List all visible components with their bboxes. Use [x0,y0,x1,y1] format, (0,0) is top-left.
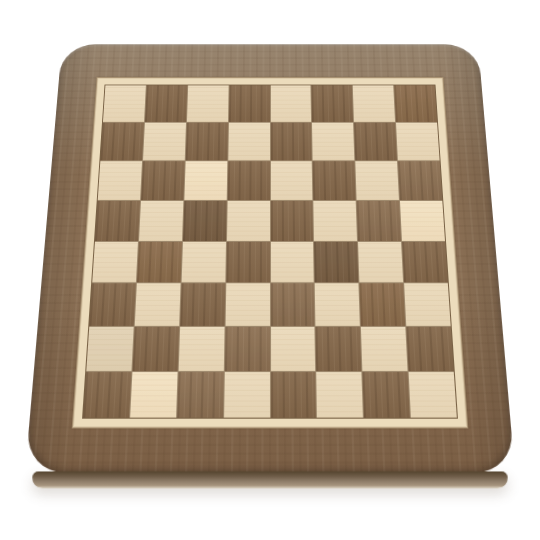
square-e3 [271,284,315,327]
square-d2 [224,327,269,371]
square-a2 [86,327,133,371]
square-e2 [271,327,316,371]
square-d6 [227,161,269,200]
square-a6 [98,161,142,200]
square-h6 [398,161,442,200]
square-f1 [317,372,364,417]
square-b3 [135,284,181,327]
square-d4 [226,241,270,282]
square-b4 [137,241,182,282]
square-c4 [181,241,225,282]
square-e4 [271,241,315,282]
square-b5 [139,201,183,241]
square-g2 [361,327,407,371]
square-h3 [404,284,450,327]
square-e6 [270,161,312,200]
square-h5 [400,201,445,241]
square-a5 [95,201,140,241]
square-c3 [180,284,225,327]
board-inlay-border [72,77,469,428]
square-h7 [396,123,439,161]
square-c2 [178,327,224,371]
square-b2 [132,327,178,371]
square-g7 [354,123,397,161]
square-c8 [187,85,229,121]
square-e8 [270,85,311,121]
square-f6 [313,161,356,200]
square-g4 [358,241,403,282]
square-g3 [360,284,406,327]
square-c6 [184,161,227,200]
square-a4 [92,241,138,282]
square-g5 [357,201,401,241]
square-f7 [312,123,354,161]
square-h1 [409,372,457,417]
board-squares-grid [82,85,458,419]
square-d7 [228,123,270,161]
square-b8 [145,85,187,121]
square-a3 [89,284,135,327]
board-side-edge [31,471,508,488]
square-e1 [271,372,317,417]
chess-board [24,44,517,488]
square-g6 [356,161,400,200]
square-h2 [406,327,453,371]
square-e5 [270,201,313,241]
square-a7 [100,123,143,161]
square-h4 [402,241,448,282]
square-a1 [83,372,131,417]
square-b7 [143,123,186,161]
square-f3 [315,284,360,327]
square-d8 [229,85,270,121]
square-g8 [353,85,395,121]
square-b1 [130,372,177,417]
board-frame [25,44,515,472]
photo-canvas [0,0,540,540]
square-d1 [224,372,270,417]
square-e7 [270,123,312,161]
square-c7 [185,123,227,161]
square-f5 [314,201,358,241]
square-a8 [103,85,146,121]
square-d3 [225,284,269,327]
square-c5 [183,201,227,241]
square-d5 [227,201,270,241]
square-g1 [363,372,410,417]
square-c1 [177,372,224,417]
square-f2 [316,327,362,371]
square-f4 [314,241,358,282]
square-f8 [312,85,354,121]
square-h8 [394,85,437,121]
square-b6 [141,161,185,200]
